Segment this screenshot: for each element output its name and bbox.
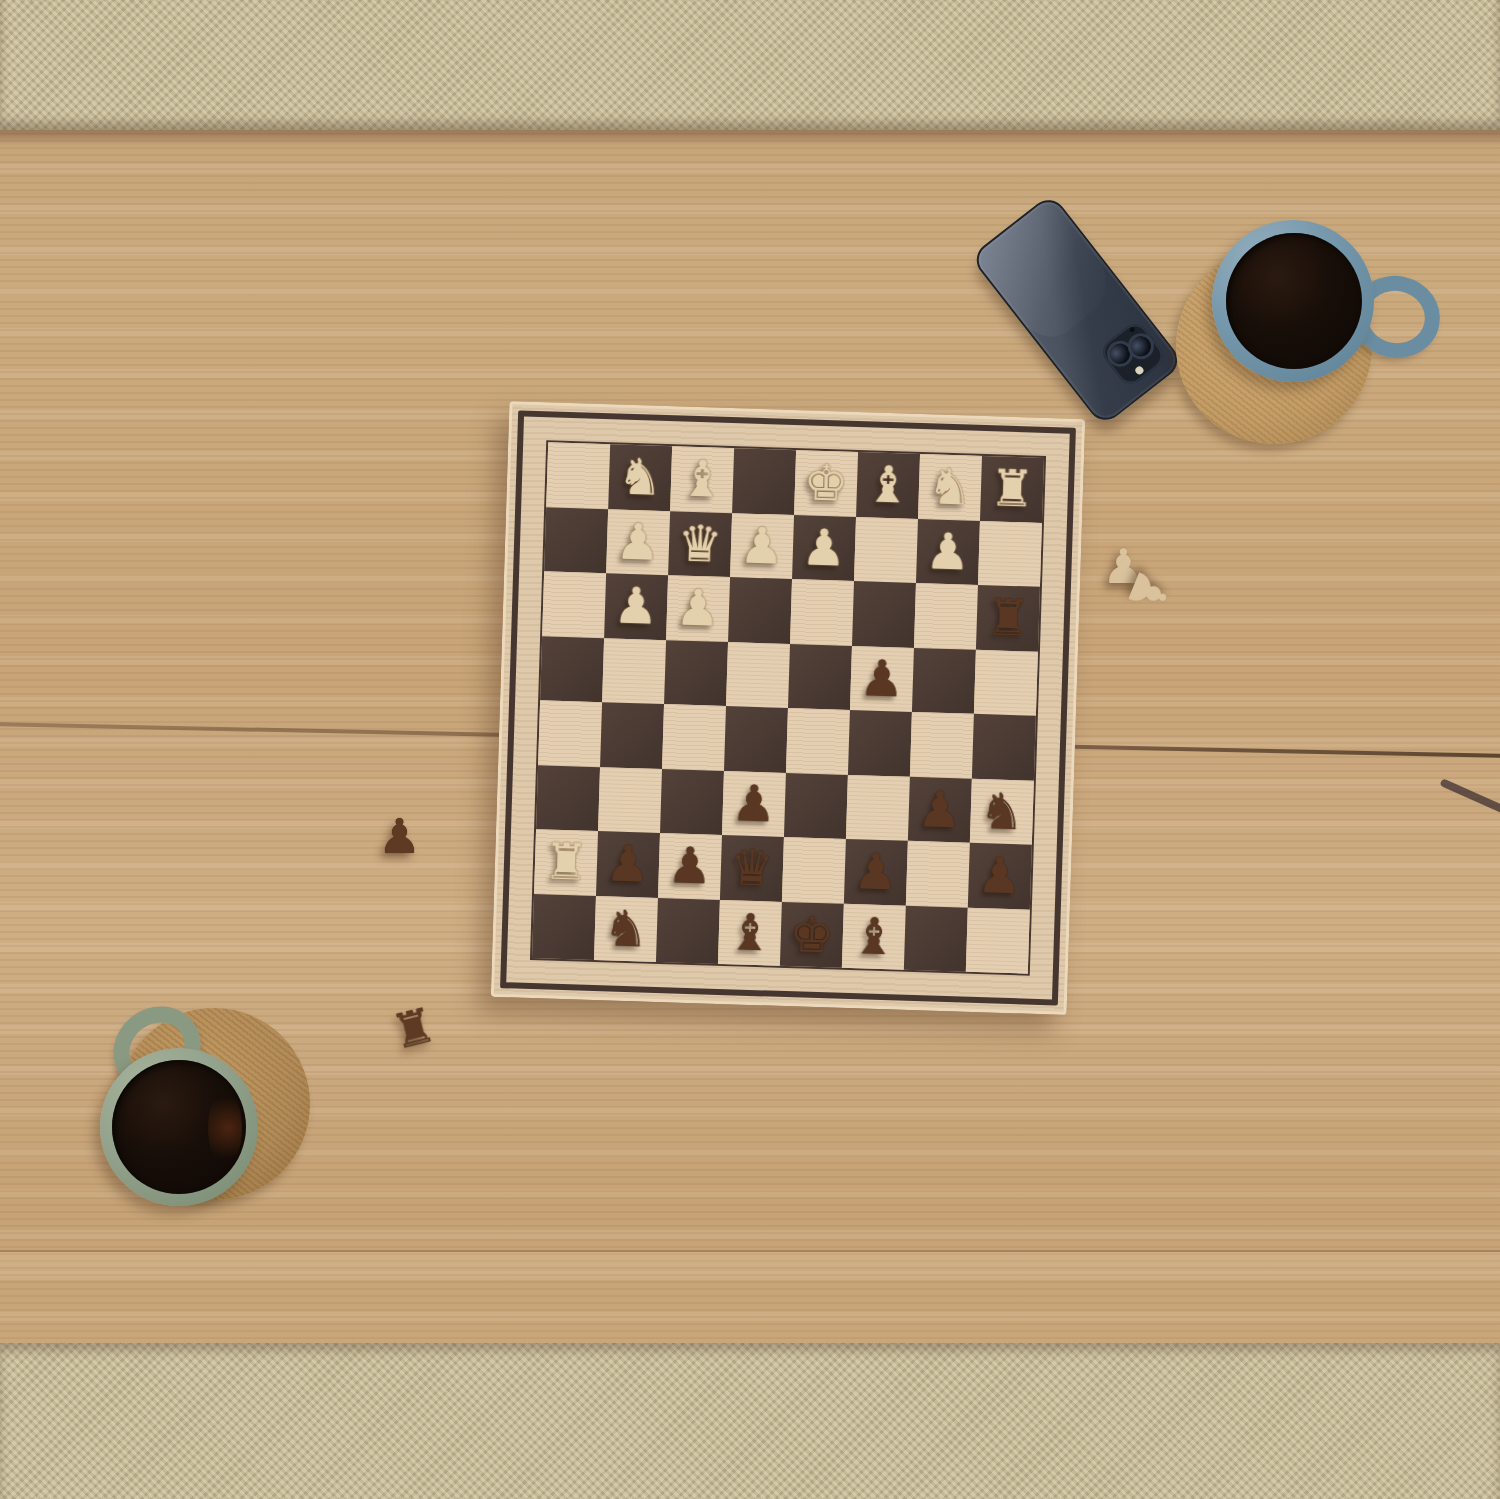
board-grid: ♞♝♚♝♞♜♟♛♟♟♟♟♟♜♟♟♟♞♜♟♟♛♟♟♞♝♚♝ xyxy=(532,442,1044,973)
square-e6[interactable] xyxy=(790,579,854,645)
square-a4[interactable] xyxy=(538,700,602,766)
piece-black-knight[interactable]: ♞ xyxy=(979,786,1025,837)
table-seam-shadow xyxy=(1439,778,1500,814)
piece-black-bishop[interactable]: ♝ xyxy=(851,911,897,962)
camera-lens-icon xyxy=(1127,332,1155,360)
square-d6[interactable] xyxy=(728,577,792,643)
piece-black-pawn[interactable]: ♟ xyxy=(917,784,963,835)
square-f7[interactable] xyxy=(854,517,918,583)
square-d2[interactable]: ♛ xyxy=(720,835,784,901)
phone-glare xyxy=(972,196,1123,349)
square-a7[interactable] xyxy=(544,507,608,573)
phone-camera-module xyxy=(1098,319,1168,389)
square-e2[interactable] xyxy=(782,837,846,903)
square-c4[interactable] xyxy=(662,704,726,770)
square-c8[interactable]: ♝ xyxy=(670,446,734,512)
square-f2[interactable]: ♟ xyxy=(844,839,908,905)
square-c3[interactable] xyxy=(660,769,724,835)
square-b4[interactable] xyxy=(600,702,664,768)
square-d4[interactable] xyxy=(724,706,788,772)
square-g7[interactable]: ♟ xyxy=(916,518,980,584)
square-b5[interactable] xyxy=(602,638,666,704)
square-h4[interactable] xyxy=(972,714,1036,780)
chess-board[interactable]: ♞♝♚♝♞♜♟♛♟♟♟♟♟♜♟♟♟♞♜♟♟♛♟♟♞♝♚♝ xyxy=(491,401,1085,1015)
square-e8[interactable]: ♚ xyxy=(794,450,858,516)
piece-black-pawn[interactable]: ♟ xyxy=(853,846,899,897)
square-h2[interactable]: ♟ xyxy=(968,843,1032,909)
square-b2[interactable]: ♟ xyxy=(596,831,660,897)
piece-black-rook[interactable]: ♜ xyxy=(985,592,1031,643)
piece-white-bishop[interactable]: ♝ xyxy=(865,460,911,511)
piece-black-pawn[interactable]: ♟ xyxy=(731,778,777,829)
piece-white-pawn[interactable]: ♟ xyxy=(739,520,785,571)
square-f4[interactable] xyxy=(848,710,912,776)
square-a8[interactable] xyxy=(546,442,610,508)
square-c1[interactable] xyxy=(656,898,720,964)
square-g2[interactable] xyxy=(906,841,970,907)
square-b7[interactable]: ♟ xyxy=(606,509,670,575)
piece-white-rook[interactable]: ♜ xyxy=(543,837,589,888)
square-d7[interactable]: ♟ xyxy=(730,513,794,579)
square-f8[interactable]: ♝ xyxy=(856,452,920,518)
square-h3[interactable]: ♞ xyxy=(970,778,1034,844)
square-e5[interactable] xyxy=(788,644,852,710)
square-e4[interactable] xyxy=(786,708,850,774)
square-b8[interactable]: ♞ xyxy=(608,444,672,510)
piece-black-bishop[interactable]: ♝ xyxy=(727,907,773,958)
piece-white-bishop[interactable]: ♝ xyxy=(679,454,725,505)
smartphone xyxy=(970,193,1185,427)
square-d8[interactable] xyxy=(732,448,796,514)
square-c5[interactable] xyxy=(664,640,728,706)
piece-black-pawn[interactable]: ♟ xyxy=(667,841,713,892)
square-h5[interactable] xyxy=(974,649,1038,715)
square-f1[interactable]: ♝ xyxy=(842,903,906,969)
square-d1[interactable]: ♝ xyxy=(718,899,782,965)
square-d5[interactable] xyxy=(726,642,790,708)
captured-black-rook[interactable]: ♜ xyxy=(387,1000,440,1057)
piece-black-pawn[interactable]: ♟ xyxy=(605,839,651,890)
carpet-top xyxy=(0,0,1500,130)
square-g3[interactable]: ♟ xyxy=(908,776,972,842)
square-d3[interactable]: ♟ xyxy=(722,771,786,837)
square-f6[interactable] xyxy=(852,581,916,647)
square-e7[interactable]: ♟ xyxy=(792,515,856,581)
coffee-surface-blue-mug xyxy=(1226,233,1362,369)
piece-white-knight[interactable]: ♞ xyxy=(617,452,663,503)
tabletop-scene: ♞♝♚♝♞♜♟♛♟♟♟♟♟♜♟♟♟♞♜♟♟♛♟♟♞♝♚♝ ♟ ♟ ♟ ♜ xyxy=(0,0,1500,1499)
square-a1[interactable] xyxy=(532,894,596,960)
square-c2[interactable]: ♟ xyxy=(658,833,722,899)
piece-white-queen[interactable]: ♛ xyxy=(677,518,723,569)
captured-white-pawn-lying[interactable]: ♟ xyxy=(1119,563,1180,621)
square-b1[interactable]: ♞ xyxy=(594,896,658,962)
square-g4[interactable] xyxy=(910,712,974,778)
piece-white-pawn[interactable]: ♟ xyxy=(615,516,661,567)
square-h6[interactable]: ♜ xyxy=(976,585,1040,651)
piece-black-queen[interactable]: ♛ xyxy=(729,843,775,894)
piece-white-knight[interactable]: ♞ xyxy=(927,462,973,513)
square-h1[interactable] xyxy=(966,907,1030,973)
square-e1[interactable]: ♚ xyxy=(780,901,844,967)
square-b6[interactable]: ♟ xyxy=(604,573,668,639)
square-g5[interactable] xyxy=(912,647,976,713)
captured-black-pawn[interactable]: ♟ xyxy=(378,812,421,860)
square-f3[interactable] xyxy=(846,774,910,840)
table-front-edge xyxy=(0,1250,1500,1343)
square-c7[interactable]: ♛ xyxy=(668,511,732,577)
square-g8[interactable]: ♞ xyxy=(918,454,982,520)
square-h7[interactable] xyxy=(978,520,1042,586)
piece-black-pawn[interactable]: ♟ xyxy=(859,653,905,704)
square-a2[interactable]: ♜ xyxy=(534,829,598,895)
piece-black-king[interactable]: ♚ xyxy=(789,909,835,960)
square-e3[interactable] xyxy=(784,772,848,838)
square-c6[interactable]: ♟ xyxy=(666,575,730,641)
piece-black-pawn[interactable]: ♟ xyxy=(977,850,1023,901)
piece-white-rook[interactable]: ♜ xyxy=(989,463,1035,514)
camera-mic-icon xyxy=(1129,326,1136,333)
square-h8[interactable]: ♜ xyxy=(980,456,1044,522)
piece-white-pawn[interactable]: ♟ xyxy=(801,522,847,573)
coffee-surface-green-mug xyxy=(112,1060,246,1194)
carpet-bottom xyxy=(0,1343,1500,1499)
square-g6[interactable] xyxy=(914,583,978,649)
table-edge xyxy=(0,130,1500,146)
square-a6[interactable] xyxy=(542,571,606,637)
piece-white-pawn[interactable]: ♟ xyxy=(925,526,971,577)
camera-flash-icon xyxy=(1134,365,1145,376)
square-b3[interactable] xyxy=(598,767,662,833)
piece-white-pawn[interactable]: ♟ xyxy=(675,583,721,634)
square-a3[interactable] xyxy=(536,765,600,831)
coffee-bubble-ring xyxy=(208,1088,242,1168)
piece-black-knight[interactable]: ♞ xyxy=(603,903,649,954)
piece-white-king[interactable]: ♚ xyxy=(803,458,849,509)
square-g1[interactable] xyxy=(904,905,968,971)
piece-white-pawn[interactable]: ♟ xyxy=(613,581,659,632)
square-a5[interactable] xyxy=(540,636,604,702)
square-f5[interactable]: ♟ xyxy=(850,645,914,711)
